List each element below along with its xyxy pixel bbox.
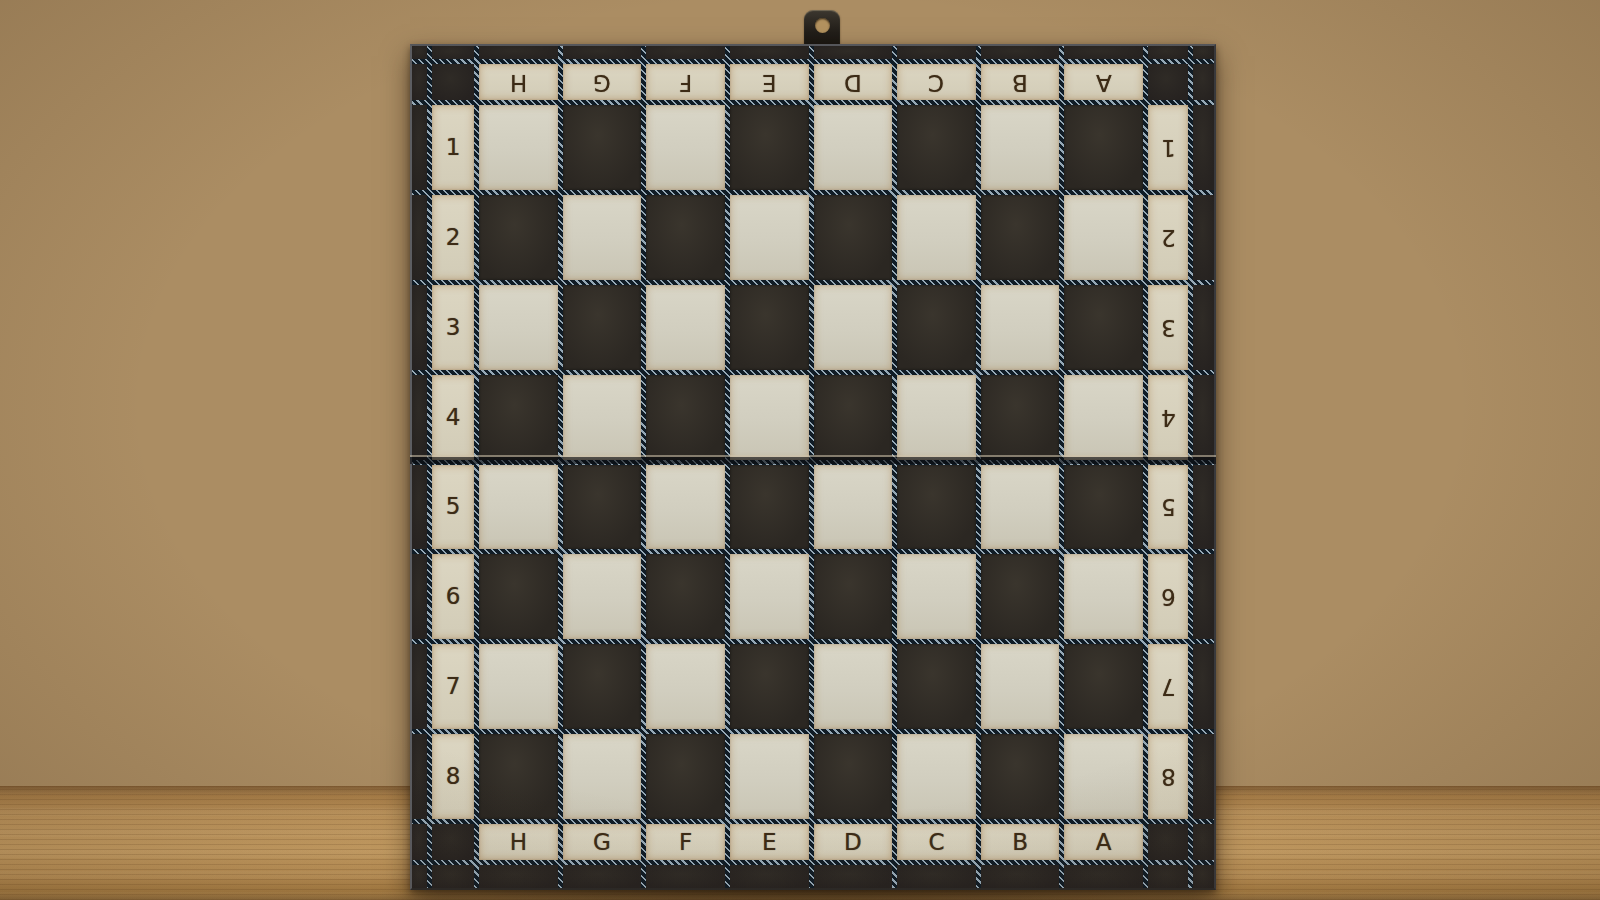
square-e3[interactable]	[730, 285, 809, 370]
square-h6[interactable]	[479, 554, 558, 639]
file-label-text: B	[1012, 71, 1028, 94]
square-h8[interactable]	[479, 734, 558, 819]
frame-rim	[412, 824, 427, 860]
file-label-text: G	[593, 831, 611, 854]
rank-label-left-6: 6	[432, 554, 474, 639]
file-label-text: E	[762, 71, 777, 94]
square-d7[interactable]	[814, 644, 893, 729]
square-f8[interactable]	[646, 734, 725, 819]
frame-rim	[412, 865, 427, 888]
square-h2[interactable]	[479, 195, 558, 280]
square-g7[interactable]	[563, 644, 642, 729]
frame-rim	[1193, 554, 1214, 639]
square-e2[interactable]	[730, 195, 809, 280]
square-b8[interactable]	[981, 734, 1060, 819]
square-a1[interactable]	[1064, 105, 1143, 190]
file-label-bottom-g: G	[563, 824, 642, 860]
square-h4[interactable]	[479, 375, 558, 460]
square-b3[interactable]	[981, 285, 1060, 370]
square-a7[interactable]	[1064, 644, 1143, 729]
rank-label-text: 3	[446, 316, 461, 339]
rank-label-left-4: 4	[432, 375, 474, 460]
square-d8[interactable]	[814, 734, 893, 819]
frame-rim	[432, 865, 474, 888]
square-a5[interactable]	[1064, 465, 1143, 550]
file-label-text: A	[1096, 831, 1112, 854]
square-c3[interactable]	[897, 285, 976, 370]
square-b2[interactable]	[981, 195, 1060, 280]
rank-label-text: 5	[1161, 495, 1176, 518]
square-b1[interactable]	[981, 105, 1060, 190]
file-label-top-c: C	[897, 64, 976, 100]
square-b7[interactable]	[981, 644, 1060, 729]
frame-rim	[1193, 824, 1214, 860]
frame-corner	[432, 64, 474, 100]
file-label-top-f: F	[646, 64, 725, 100]
frame-rim	[646, 46, 725, 59]
frame-rim	[412, 195, 427, 280]
rank-label-text: 8	[1161, 765, 1176, 788]
square-f3[interactable]	[646, 285, 725, 370]
frame-rim	[1193, 46, 1214, 59]
rank-label-text: 1	[1161, 136, 1176, 159]
file-label-top-d: D	[814, 64, 893, 100]
square-f6[interactable]	[646, 554, 725, 639]
frame-rim	[479, 865, 558, 888]
file-label-text: H	[510, 831, 527, 854]
frame-rim	[1064, 46, 1143, 59]
square-g8[interactable]	[563, 734, 642, 819]
rank-label-right-5: 5	[1148, 465, 1188, 550]
rank-label-text: 4	[1161, 406, 1176, 429]
rank-label-text: 6	[1161, 585, 1176, 608]
frame-rim	[412, 734, 427, 819]
file-label-text: F	[679, 831, 692, 854]
rank-label-left-3: 3	[432, 285, 474, 370]
frame-rim	[646, 865, 725, 888]
rank-label-right-1: 1	[1148, 105, 1188, 190]
frame-rim	[412, 64, 427, 100]
square-e1[interactable]	[730, 105, 809, 190]
rank-label-left-2: 2	[432, 195, 474, 280]
rank-label-text: 6	[446, 585, 461, 608]
square-a6[interactable]	[1064, 554, 1143, 639]
square-e8[interactable]	[730, 734, 809, 819]
square-d3[interactable]	[814, 285, 893, 370]
fold-seam	[410, 455, 1216, 464]
file-label-top-e: E	[730, 64, 809, 100]
frame-rim	[563, 865, 642, 888]
square-b4[interactable]	[981, 375, 1060, 460]
square-g4[interactable]	[563, 375, 642, 460]
square-c8[interactable]	[897, 734, 976, 819]
file-label-bottom-e: E	[730, 824, 809, 860]
square-h3[interactable]	[479, 285, 558, 370]
square-g5[interactable]	[563, 465, 642, 550]
square-f1[interactable]	[646, 105, 725, 190]
frame-rim	[814, 46, 893, 59]
square-c5[interactable]	[897, 465, 976, 550]
rank-label-text: 3	[1161, 316, 1176, 339]
rank-label-text: 7	[1161, 675, 1176, 698]
square-g6[interactable]	[563, 554, 642, 639]
frame-rim	[563, 46, 642, 59]
frame-rim	[479, 46, 558, 59]
square-h1[interactable]	[479, 105, 558, 190]
file-label-text: G	[593, 71, 611, 94]
square-g1[interactable]	[563, 105, 642, 190]
rank-label-text: 4	[446, 406, 461, 429]
rank-label-left-8: 8	[432, 734, 474, 819]
file-label-text: H	[510, 71, 527, 94]
square-f2[interactable]	[646, 195, 725, 280]
frame-rim	[412, 375, 427, 460]
rank-label-right-4: 4	[1148, 375, 1188, 460]
frame-rim	[1148, 46, 1188, 59]
file-label-text: F	[679, 71, 692, 94]
frame-rim	[1193, 64, 1214, 100]
frame-rim	[730, 46, 809, 59]
file-label-top-b: B	[981, 64, 1060, 100]
square-b6[interactable]	[981, 554, 1060, 639]
square-d1[interactable]	[814, 105, 893, 190]
frame-corner	[1148, 824, 1188, 860]
rank-label-left-1: 1	[432, 105, 474, 190]
frame-corner	[432, 824, 474, 860]
frame-rim	[1193, 644, 1214, 729]
frame-rim	[412, 644, 427, 729]
file-label-bottom-c: C	[897, 824, 976, 860]
file-label-bottom-a: A	[1064, 824, 1143, 860]
frame-rim	[1193, 285, 1214, 370]
rank-label-right-3: 3	[1148, 285, 1188, 370]
square-e7[interactable]	[730, 644, 809, 729]
frame-rim	[981, 865, 1060, 888]
file-label-text: E	[762, 831, 777, 854]
square-c6[interactable]	[897, 554, 976, 639]
frame-rim	[981, 46, 1060, 59]
rank-label-left-5: 5	[432, 465, 474, 550]
file-label-top-g: G	[563, 64, 642, 100]
photo-scene: HGFEDCBA1122334455667788HGFEDCBA	[0, 0, 1600, 900]
frame-rim	[432, 46, 474, 59]
file-label-top-h: H	[479, 64, 558, 100]
file-label-text: C	[928, 71, 944, 94]
square-c1[interactable]	[897, 105, 976, 190]
file-label-bottom-f: F	[646, 824, 725, 860]
square-e4[interactable]	[730, 375, 809, 460]
frame-rim	[1193, 375, 1214, 460]
rank-label-right-6: 6	[1148, 554, 1188, 639]
rank-label-text: 5	[446, 495, 461, 518]
square-a2[interactable]	[1064, 195, 1143, 280]
frame-rim	[1193, 465, 1214, 550]
square-b5[interactable]	[981, 465, 1060, 550]
clasp-hole	[815, 18, 830, 33]
rank-label-text: 1	[446, 136, 461, 159]
frame-rim	[814, 865, 893, 888]
frame-rim	[412, 105, 427, 190]
square-d2[interactable]	[814, 195, 893, 280]
square-d4[interactable]	[814, 375, 893, 460]
square-a8[interactable]	[1064, 734, 1143, 819]
square-c2[interactable]	[897, 195, 976, 280]
rank-label-text: 7	[446, 675, 461, 698]
rank-label-right-8: 8	[1148, 734, 1188, 819]
square-e6[interactable]	[730, 554, 809, 639]
chess-board: HGFEDCBA1122334455667788HGFEDCBA	[410, 44, 1216, 890]
square-h7[interactable]	[479, 644, 558, 729]
square-g2[interactable]	[563, 195, 642, 280]
rank-label-right-7: 7	[1148, 644, 1188, 729]
rank-label-right-2: 2	[1148, 195, 1188, 280]
file-label-top-a: A	[1064, 64, 1143, 100]
rank-label-text: 2	[446, 226, 461, 249]
frame-corner	[1148, 64, 1188, 100]
file-label-text: C	[928, 831, 944, 854]
file-label-text: D	[844, 831, 862, 854]
frame-rim	[1064, 865, 1143, 888]
square-f4[interactable]	[646, 375, 725, 460]
square-d5[interactable]	[814, 465, 893, 550]
frame-rim	[412, 465, 427, 550]
frame-rim	[1193, 865, 1214, 888]
rank-label-text: 8	[446, 765, 461, 788]
rank-label-left-7: 7	[432, 644, 474, 729]
square-a3[interactable]	[1064, 285, 1143, 370]
square-g3[interactable]	[563, 285, 642, 370]
frame-rim	[897, 46, 976, 59]
file-label-bottom-d: D	[814, 824, 893, 860]
file-label-bottom-h: H	[479, 824, 558, 860]
square-f5[interactable]	[646, 465, 725, 550]
frame-rim	[1193, 195, 1214, 280]
square-h5[interactable]	[479, 465, 558, 550]
square-e5[interactable]	[730, 465, 809, 550]
frame-rim	[897, 865, 976, 888]
square-c7[interactable]	[897, 644, 976, 729]
frame-rim	[412, 285, 427, 370]
frame-rim	[1148, 865, 1188, 888]
file-label-text: D	[844, 71, 862, 94]
file-label-text: A	[1096, 71, 1112, 94]
frame-rim	[730, 865, 809, 888]
frame-rim	[1193, 734, 1214, 819]
file-label-bottom-b: B	[981, 824, 1060, 860]
frame-rim	[412, 554, 427, 639]
file-label-text: B	[1012, 831, 1028, 854]
square-f7[interactable]	[646, 644, 725, 729]
frame-rim	[1193, 105, 1214, 190]
rank-label-text: 2	[1161, 226, 1176, 249]
frame-rim	[412, 46, 427, 59]
square-c4[interactable]	[897, 375, 976, 460]
square-a4[interactable]	[1064, 375, 1143, 460]
square-d6[interactable]	[814, 554, 893, 639]
